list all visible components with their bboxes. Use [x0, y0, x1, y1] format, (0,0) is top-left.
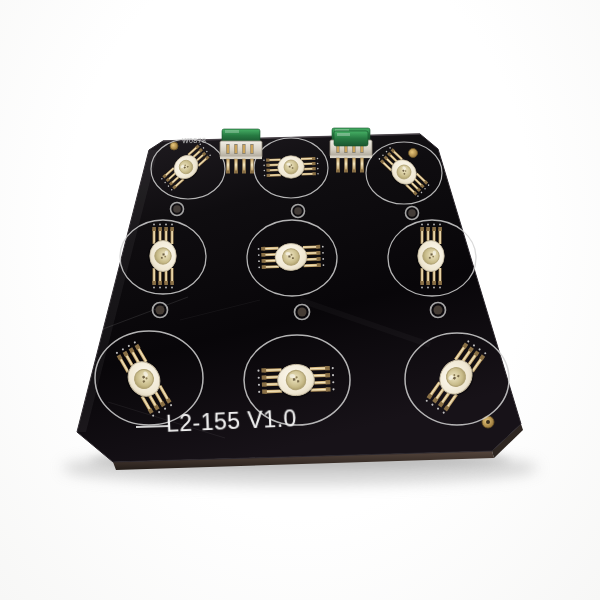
pcb-photo-svg [0, 0, 600, 600]
mounting-pad-top-right [409, 149, 418, 158]
pcb-board [77, 134, 521, 462]
pcb-version-label: L2-155 V1.0 [165, 405, 297, 438]
silkscreen-underline [136, 426, 170, 427]
photo-stage: L2-155 V1.0 W0878 [0, 0, 600, 600]
pcb-date-code: W0878 [182, 137, 206, 144]
mounting-pad-top-left [170, 142, 178, 150]
